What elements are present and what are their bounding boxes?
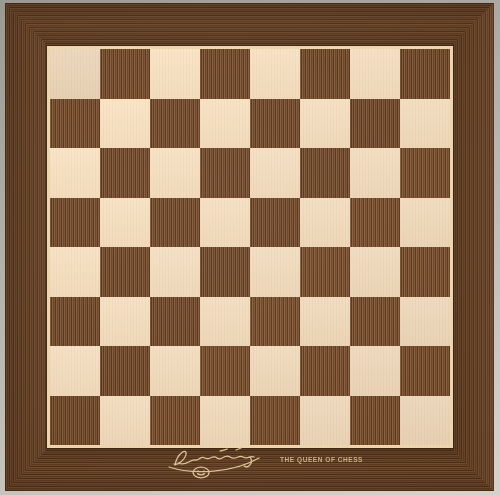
square-b8[interactable]	[100, 49, 150, 99]
square-d1[interactable]	[200, 396, 250, 446]
square-a2[interactable]	[50, 346, 100, 396]
square-c3[interactable]	[150, 297, 200, 347]
square-h7[interactable]	[400, 99, 450, 149]
square-a4[interactable]	[50, 247, 100, 297]
square-c1[interactable]	[150, 396, 200, 446]
square-b3[interactable]	[100, 297, 150, 347]
square-h6[interactable]	[400, 148, 450, 198]
chess-board	[50, 49, 450, 445]
frame-top-rail	[5, 3, 494, 48]
square-d8[interactable]	[200, 49, 250, 99]
square-e1[interactable]	[250, 396, 300, 446]
square-h3[interactable]	[400, 297, 450, 347]
square-g4[interactable]	[350, 247, 400, 297]
square-a5[interactable]	[50, 198, 100, 248]
square-e3[interactable]	[250, 297, 300, 347]
square-e6[interactable]	[250, 148, 300, 198]
square-a3[interactable]	[50, 297, 100, 347]
square-d2[interactable]	[200, 346, 250, 396]
square-g8[interactable]	[350, 49, 400, 99]
square-b5[interactable]	[100, 198, 150, 248]
square-d7[interactable]	[200, 99, 250, 149]
square-a1[interactable]	[50, 396, 100, 446]
square-e7[interactable]	[250, 99, 300, 149]
square-c7[interactable]	[150, 99, 200, 149]
square-c4[interactable]	[150, 247, 200, 297]
frame-right-rail	[449, 3, 494, 491]
board-photo: THE QUEEN OF CHESS	[0, 0, 500, 495]
board-inlay-border	[47, 46, 453, 448]
square-g1[interactable]	[350, 396, 400, 446]
square-f4[interactable]	[300, 247, 350, 297]
square-b7[interactable]	[100, 99, 150, 149]
square-h8[interactable]	[400, 49, 450, 99]
board-frame	[5, 3, 494, 491]
square-g3[interactable]	[350, 297, 400, 347]
square-g7[interactable]	[350, 99, 400, 149]
square-e5[interactable]	[250, 198, 300, 248]
square-c6[interactable]	[150, 148, 200, 198]
tagline: THE QUEEN OF CHESS	[280, 456, 363, 463]
square-h5[interactable]	[400, 198, 450, 248]
square-c5[interactable]	[150, 198, 200, 248]
square-h4[interactable]	[400, 247, 450, 297]
square-e4[interactable]	[250, 247, 300, 297]
square-b4[interactable]	[100, 247, 150, 297]
square-a7[interactable]	[50, 99, 100, 149]
square-a8[interactable]	[50, 49, 100, 99]
square-f6[interactable]	[300, 148, 350, 198]
square-c8[interactable]	[150, 49, 200, 99]
square-g5[interactable]	[350, 198, 400, 248]
frame-left-rail	[5, 3, 50, 491]
square-b6[interactable]	[100, 148, 150, 198]
square-d4[interactable]	[200, 247, 250, 297]
square-b2[interactable]	[100, 346, 150, 396]
square-f3[interactable]	[300, 297, 350, 347]
square-d3[interactable]	[200, 297, 250, 347]
square-h2[interactable]	[400, 346, 450, 396]
signature-block: THE QUEEN OF CHESS	[165, 445, 363, 479]
polgar-signature	[165, 445, 273, 479]
square-f1[interactable]	[300, 396, 350, 446]
square-f5[interactable]	[300, 198, 350, 248]
square-e2[interactable]	[250, 346, 300, 396]
square-c2[interactable]	[150, 346, 200, 396]
square-d5[interactable]	[200, 198, 250, 248]
square-g6[interactable]	[350, 148, 400, 198]
square-e8[interactable]	[250, 49, 300, 99]
square-f8[interactable]	[300, 49, 350, 99]
square-a6[interactable]	[50, 148, 100, 198]
square-f7[interactable]	[300, 99, 350, 149]
square-g2[interactable]	[350, 346, 400, 396]
square-d6[interactable]	[200, 148, 250, 198]
square-b1[interactable]	[100, 396, 150, 446]
square-h1[interactable]	[400, 396, 450, 446]
square-f2[interactable]	[300, 346, 350, 396]
